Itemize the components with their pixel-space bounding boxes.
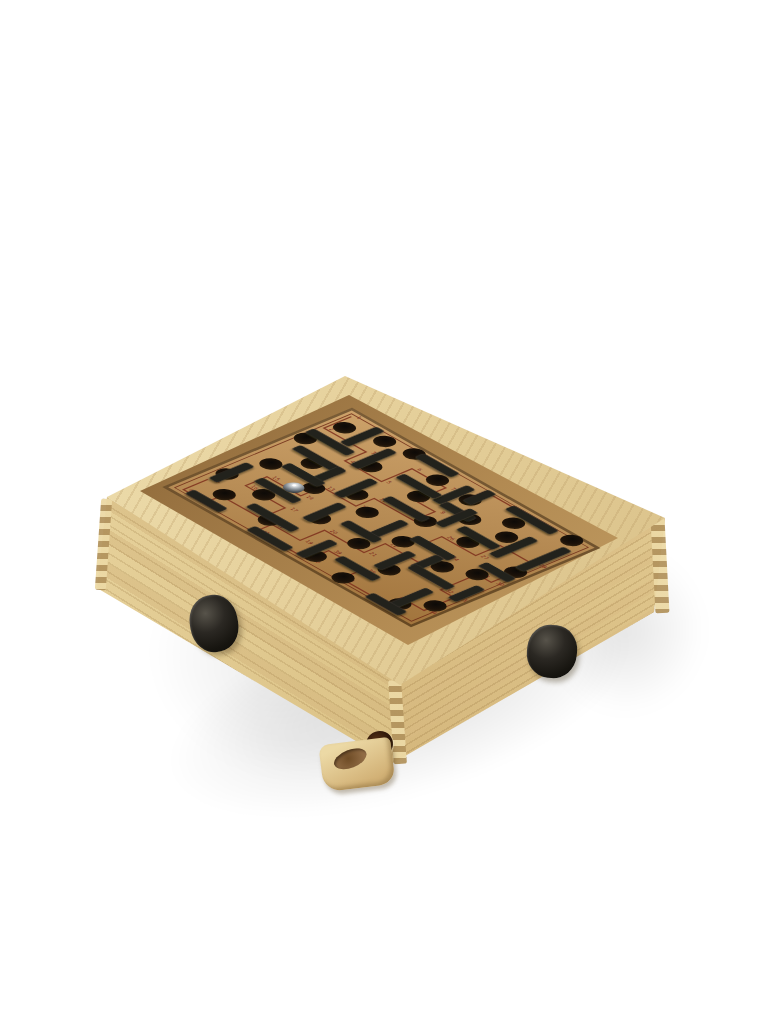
ball-return-groove xyxy=(331,744,369,773)
ball-return-tray xyxy=(318,737,395,792)
product-photo-labyrinth-game: 1234567891011121314151617181920212223242… xyxy=(0,0,768,1024)
